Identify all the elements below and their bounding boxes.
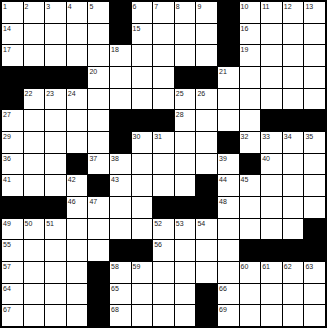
cell-r12c5[interactable] (88, 240, 109, 261)
cell-r14c13[interactable] (261, 284, 282, 305)
clue-number-59: 59 (133, 262, 141, 271)
cell-r9c6[interactable]: 43 (110, 175, 131, 196)
black-square-r6c13 (261, 110, 282, 131)
clue-number-47: 47 (89, 197, 97, 206)
cell-r8c7[interactable] (132, 154, 153, 175)
clue-number-36: 36 (3, 154, 11, 163)
cell-r9c11[interactable]: 44 (218, 175, 239, 196)
cell-r8c5[interactable]: 37 (88, 154, 109, 175)
clue-number-44: 44 (219, 175, 227, 184)
cell-r3c6[interactable]: 18 (110, 45, 131, 66)
cell-r12c1[interactable]: 55 (2, 240, 23, 261)
cell-r2c2[interactable] (24, 24, 45, 45)
cell-r8c15[interactable] (304, 154, 325, 175)
clue-number-15: 15 (133, 24, 141, 33)
black-square-r2c6 (110, 24, 131, 45)
cell-r1c5[interactable]: 5 (88, 2, 109, 23)
cell-r4c6[interactable] (110, 67, 131, 88)
cell-r15c1[interactable]: 67 (2, 305, 23, 326)
cell-r15c4[interactable] (67, 305, 88, 326)
cell-r13c8[interactable] (153, 262, 174, 283)
clue-number-29: 29 (3, 132, 11, 141)
cell-r13c2[interactable] (24, 262, 45, 283)
cell-r8c8[interactable] (153, 154, 174, 175)
black-square-r12c7 (132, 240, 153, 261)
cell-r2c7[interactable]: 15 (132, 24, 153, 45)
cell-r9c14[interactable] (283, 175, 304, 196)
cell-r11c10[interactable]: 54 (196, 219, 217, 240)
clue-number-10: 10 (241, 2, 249, 11)
black-square-r4c3 (45, 67, 66, 88)
black-square-r12c15 (304, 240, 325, 261)
cell-r12c4[interactable] (67, 240, 88, 261)
black-square-r7c11 (218, 132, 239, 153)
cell-r14c15[interactable] (304, 284, 325, 305)
cell-r3c1[interactable]: 17 (2, 45, 23, 66)
clue-number-42: 42 (68, 175, 76, 184)
black-square-r6c7 (132, 110, 153, 131)
cell-r11c5[interactable] (88, 219, 109, 240)
black-square-r12c13 (261, 240, 282, 261)
cell-r15c13[interactable] (261, 305, 282, 326)
cell-r13c6[interactable]: 58 (110, 262, 131, 283)
cell-r14c1[interactable]: 64 (2, 284, 23, 305)
clue-number-24: 24 (68, 89, 76, 98)
cell-r11c12[interactable] (240, 219, 261, 240)
black-square-r8c12 (240, 154, 261, 175)
cell-r1c4[interactable]: 4 (67, 2, 88, 23)
clue-number-26: 26 (197, 89, 205, 98)
clue-number-66: 66 (219, 284, 227, 293)
black-square-r14c5 (88, 284, 109, 305)
black-square-r13c5 (88, 262, 109, 283)
clue-number-69: 69 (219, 305, 227, 314)
clue-number-38: 38 (111, 154, 119, 163)
clue-number-20: 20 (89, 67, 97, 76)
cell-r9c9[interactable] (175, 175, 196, 196)
cell-r9c8[interactable] (153, 175, 174, 196)
clue-number-39: 39 (219, 154, 227, 163)
clue-number-2: 2 (25, 2, 29, 11)
cell-r11c2[interactable]: 50 (24, 219, 45, 240)
black-square-r8c4 (67, 154, 88, 175)
cell-r13c11[interactable] (218, 262, 239, 283)
cell-r3c14[interactable] (283, 45, 304, 66)
cell-r1c1[interactable]: 1 (2, 2, 23, 23)
cell-r3c5[interactable] (88, 45, 109, 66)
black-square-r6c6 (110, 110, 131, 131)
crossword-board: 1234567891011121314151617181920212223242… (0, 0, 327, 328)
cell-r1c8[interactable]: 7 (153, 2, 174, 23)
cell-r15c8[interactable] (153, 305, 174, 326)
cell-r1c15[interactable]: 13 (304, 2, 325, 23)
cell-r15c9[interactable] (175, 305, 196, 326)
cell-r4c14[interactable] (283, 67, 304, 88)
clue-number-54: 54 (197, 219, 205, 228)
cell-r11c3[interactable]: 51 (45, 219, 66, 240)
cell-r7c14[interactable]: 34 (283, 132, 304, 153)
cell-r5c8[interactable] (153, 89, 174, 110)
black-square-r10c2 (24, 197, 45, 218)
black-square-r1c6 (110, 2, 131, 23)
cell-r11c9[interactable]: 53 (175, 219, 196, 240)
cell-r15c11[interactable]: 69 (218, 305, 239, 326)
cell-r7c3[interactable] (45, 132, 66, 153)
clue-number-33: 33 (262, 132, 270, 141)
cell-r14c6[interactable]: 65 (110, 284, 131, 305)
cell-r13c7[interactable]: 59 (132, 262, 153, 283)
black-square-r14c10 (196, 284, 217, 305)
cell-r13c3[interactable] (45, 262, 66, 283)
black-square-r4c2 (24, 67, 45, 88)
cell-r3c15[interactable] (304, 45, 325, 66)
black-square-r10c8 (153, 197, 174, 218)
cell-r14c4[interactable] (67, 284, 88, 305)
cell-r15c2[interactable] (24, 305, 45, 326)
clue-number-23: 23 (46, 89, 54, 98)
cell-r6c2[interactable] (24, 110, 45, 131)
cell-r3c9[interactable] (175, 45, 196, 66)
clue-number-56: 56 (154, 240, 162, 249)
clue-number-51: 51 (46, 219, 54, 228)
black-square-r10c9 (175, 197, 196, 218)
clue-number-58: 58 (111, 262, 119, 271)
clue-number-49: 49 (3, 219, 11, 228)
cell-r7c4[interactable] (67, 132, 88, 153)
cell-r12c3[interactable] (45, 240, 66, 261)
black-square-r4c4 (67, 67, 88, 88)
clue-number-53: 53 (176, 219, 184, 228)
cell-r7c10[interactable] (196, 132, 217, 153)
cell-r8c6[interactable]: 38 (110, 154, 131, 175)
cell-r13c15[interactable]: 63 (304, 262, 325, 283)
cell-r3c4[interactable] (67, 45, 88, 66)
cell-r12c10[interactable] (196, 240, 217, 261)
cell-r6c10[interactable] (196, 110, 217, 131)
cell-r10c4[interactable]: 46 (67, 197, 88, 218)
cell-r11c7[interactable] (132, 219, 153, 240)
clue-number-60: 60 (241, 262, 249, 271)
cell-r1c13[interactable]: 11 (261, 2, 282, 23)
black-square-r15c10 (196, 305, 217, 326)
clue-number-12: 12 (284, 2, 292, 11)
cell-r1c14[interactable]: 12 (283, 2, 304, 23)
cell-r4c13[interactable] (261, 67, 282, 88)
clue-number-8: 8 (176, 2, 180, 11)
clue-number-28: 28 (176, 110, 184, 119)
cell-r8c1[interactable]: 36 (2, 154, 23, 175)
cell-r4c8[interactable] (153, 67, 174, 88)
cell-r2c4[interactable] (67, 24, 88, 45)
cell-r2c14[interactable] (283, 24, 304, 45)
cell-r7c12[interactable]: 32 (240, 132, 261, 153)
black-square-r1c11 (218, 2, 239, 23)
clue-number-31: 31 (154, 132, 162, 141)
clue-number-22: 22 (25, 89, 33, 98)
cell-r1c12[interactable]: 10 (240, 2, 261, 23)
cell-r6c12[interactable] (240, 110, 261, 131)
cell-r11c14[interactable] (283, 219, 304, 240)
clue-number-63: 63 (305, 262, 313, 271)
clue-number-46: 46 (68, 197, 76, 206)
cell-r14c11[interactable]: 66 (218, 284, 239, 305)
cell-r2c1[interactable]: 14 (2, 24, 23, 45)
clue-number-41: 41 (3, 175, 11, 184)
black-square-r10c1 (2, 197, 23, 218)
cell-r7c13[interactable]: 33 (261, 132, 282, 153)
black-square-r5c1 (2, 89, 23, 110)
cell-r13c9[interactable] (175, 262, 196, 283)
clue-number-19: 19 (241, 45, 249, 54)
clue-number-21: 21 (219, 67, 227, 76)
clue-number-50: 50 (25, 219, 33, 228)
black-square-r6c8 (153, 110, 174, 131)
cell-r3c10[interactable] (196, 45, 217, 66)
cell-r5c3[interactable]: 23 (45, 89, 66, 110)
clue-number-11: 11 (262, 2, 269, 11)
cell-r2c8[interactable] (153, 24, 174, 45)
clue-number-3: 3 (46, 2, 50, 11)
cell-r9c2[interactable] (24, 175, 45, 196)
cell-r14c8[interactable] (153, 284, 174, 305)
cell-r3c12[interactable]: 19 (240, 45, 261, 66)
black-square-r7c6 (110, 132, 131, 153)
cell-r10c11[interactable]: 48 (218, 197, 239, 218)
clue-number-17: 17 (3, 45, 11, 54)
cell-r5c15[interactable] (304, 89, 325, 110)
clue-number-48: 48 (219, 197, 227, 206)
cell-r2c3[interactable] (45, 24, 66, 45)
cell-r1c7[interactable]: 6 (132, 2, 153, 23)
cell-r12c9[interactable] (175, 240, 196, 261)
cell-r3c8[interactable] (153, 45, 174, 66)
cell-r2c13[interactable] (261, 24, 282, 45)
clue-number-27: 27 (3, 110, 11, 119)
cell-r2c9[interactable] (175, 24, 196, 45)
cell-r5c12[interactable] (240, 89, 261, 110)
cell-r1c10[interactable]: 9 (196, 2, 217, 23)
cell-r9c7[interactable] (132, 175, 153, 196)
cell-r6c1[interactable]: 27 (2, 110, 23, 131)
cell-r1c3[interactable]: 3 (45, 2, 66, 23)
cell-r9c1[interactable]: 41 (2, 175, 23, 196)
black-square-r15c5 (88, 305, 109, 326)
clue-number-62: 62 (284, 262, 292, 271)
cell-r9c12[interactable]: 45 (240, 175, 261, 196)
cell-r14c9[interactable] (175, 284, 196, 305)
clue-number-7: 7 (154, 2, 158, 11)
clue-number-40: 40 (262, 154, 270, 163)
clue-number-13: 13 (305, 2, 313, 11)
clue-number-61: 61 (262, 262, 270, 271)
cell-r2c12[interactable]: 16 (240, 24, 261, 45)
clue-number-32: 32 (241, 132, 249, 141)
black-square-r12c12 (240, 240, 261, 261)
black-square-r10c3 (45, 197, 66, 218)
clue-number-52: 52 (154, 219, 162, 228)
cell-r10c6[interactable] (110, 197, 131, 218)
clue-number-16: 16 (241, 24, 249, 33)
clue-number-35: 35 (305, 132, 313, 141)
cell-r3c3[interactable] (45, 45, 66, 66)
black-square-r9c10 (196, 175, 217, 196)
cell-r4c7[interactable] (132, 67, 153, 88)
clue-number-25: 25 (176, 89, 184, 98)
cell-r5c14[interactable] (283, 89, 304, 110)
cell-r4c15[interactable] (304, 67, 325, 88)
cell-r7c2[interactable] (24, 132, 45, 153)
black-square-r2c11 (218, 24, 239, 45)
cell-r7c15[interactable]: 35 (304, 132, 325, 153)
cell-r8c2[interactable] (24, 154, 45, 175)
cell-r15c3[interactable] (45, 305, 66, 326)
cell-r2c15[interactable] (304, 24, 325, 45)
cell-r8c13[interactable]: 40 (261, 154, 282, 175)
cell-r7c9[interactable] (175, 132, 196, 153)
cell-r5c10[interactable]: 26 (196, 89, 217, 110)
black-square-r3c11 (218, 45, 239, 66)
black-square-r6c14 (283, 110, 304, 131)
cell-r13c12[interactable]: 60 (240, 262, 261, 283)
cell-r14c7[interactable] (132, 284, 153, 305)
cell-r14c14[interactable] (283, 284, 304, 305)
cell-r12c11[interactable] (218, 240, 239, 261)
cell-r5c7[interactable] (132, 89, 153, 110)
cell-r6c4[interactable] (67, 110, 88, 131)
cell-r3c7[interactable] (132, 45, 153, 66)
cell-r2c10[interactable] (196, 24, 217, 45)
cell-r13c1[interactable]: 57 (2, 262, 23, 283)
cell-r9c13[interactable] (261, 175, 282, 196)
cell-r8c9[interactable] (175, 154, 196, 175)
clue-number-1: 1 (3, 2, 7, 11)
cell-r14c12[interactable] (240, 284, 261, 305)
clue-number-14: 14 (3, 24, 11, 33)
cell-r4c11[interactable]: 21 (218, 67, 239, 88)
cell-r10c15[interactable] (304, 197, 325, 218)
cell-r13c13[interactable]: 61 (261, 262, 282, 283)
clue-number-9: 9 (197, 2, 201, 11)
cell-r7c1[interactable]: 29 (2, 132, 23, 153)
cell-r8c11[interactable]: 39 (218, 154, 239, 175)
cell-r7c7[interactable]: 30 (132, 132, 153, 153)
cell-r9c4[interactable]: 42 (67, 175, 88, 196)
cell-r13c10[interactable] (196, 262, 217, 283)
cell-r15c14[interactable] (283, 305, 304, 326)
cell-r5c4[interactable]: 24 (67, 89, 88, 110)
cell-r14c2[interactable] (24, 284, 45, 305)
cell-r10c5[interactable]: 47 (88, 197, 109, 218)
cell-r6c11[interactable] (218, 110, 239, 131)
cell-r9c3[interactable] (45, 175, 66, 196)
cell-r10c12[interactable] (240, 197, 261, 218)
cell-r15c12[interactable] (240, 305, 261, 326)
cell-r15c7[interactable] (132, 305, 153, 326)
cell-r10c7[interactable] (132, 197, 153, 218)
cell-r8c14[interactable] (283, 154, 304, 175)
cell-r4c12[interactable] (240, 67, 261, 88)
black-square-r4c9 (175, 67, 196, 88)
cell-r7c8[interactable]: 31 (153, 132, 174, 153)
clue-number-37: 37 (89, 154, 97, 163)
cell-r7c5[interactable] (88, 132, 109, 153)
black-square-r12c6 (110, 240, 131, 261)
cell-r11c1[interactable]: 49 (2, 219, 23, 240)
cell-r11c11[interactable] (218, 219, 239, 240)
cell-r13c4[interactable] (67, 262, 88, 283)
clue-number-34: 34 (284, 132, 292, 141)
clue-number-5: 5 (89, 2, 93, 11)
black-square-r4c10 (196, 67, 217, 88)
cell-r8c10[interactable] (196, 154, 217, 175)
cell-r10c14[interactable] (283, 197, 304, 218)
cell-r5c6[interactable] (110, 89, 131, 110)
clue-number-65: 65 (111, 284, 119, 293)
cell-r5c9[interactable]: 25 (175, 89, 196, 110)
cell-r9c15[interactable] (304, 175, 325, 196)
cell-r5c11[interactable] (218, 89, 239, 110)
clue-number-4: 4 (68, 2, 72, 11)
cell-r11c4[interactable] (67, 219, 88, 240)
clue-number-68: 68 (111, 305, 119, 314)
black-square-r12c14 (283, 240, 304, 261)
cell-r5c2[interactable]: 22 (24, 89, 45, 110)
clue-number-67: 67 (3, 305, 11, 314)
cell-r12c2[interactable] (24, 240, 45, 261)
cell-r10c13[interactable] (261, 197, 282, 218)
cell-r13c14[interactable]: 62 (283, 262, 304, 283)
clue-number-55: 55 (3, 240, 11, 249)
clue-number-30: 30 (133, 132, 141, 141)
cell-r1c2[interactable]: 2 (24, 2, 45, 23)
clue-number-64: 64 (3, 284, 11, 293)
cell-r3c2[interactable] (24, 45, 45, 66)
cell-r11c8[interactable]: 52 (153, 219, 174, 240)
cell-r14c3[interactable] (45, 284, 66, 305)
clue-number-18: 18 (111, 45, 119, 54)
clue-number-6: 6 (133, 2, 137, 11)
cell-r6c9[interactable]: 28 (175, 110, 196, 131)
cell-r3c13[interactable] (261, 45, 282, 66)
black-square-r9c5 (88, 175, 109, 196)
clue-number-57: 57 (3, 262, 11, 271)
clue-number-45: 45 (241, 175, 249, 184)
cell-r5c5[interactable] (88, 89, 109, 110)
cell-r6c3[interactable] (45, 110, 66, 131)
cell-r11c13[interactable] (261, 219, 282, 240)
black-square-r4c1 (2, 67, 23, 88)
black-square-r11c15 (304, 219, 325, 240)
cell-r12c8[interactable]: 56 (153, 240, 174, 261)
cell-r15c15[interactable] (304, 305, 325, 326)
cell-r1c9[interactable]: 8 (175, 2, 196, 23)
cell-r6c5[interactable] (88, 110, 109, 131)
black-square-r6c15 (304, 110, 325, 131)
clue-number-43: 43 (111, 175, 119, 184)
cell-r2c5[interactable] (88, 24, 109, 45)
cell-r8c3[interactable] (45, 154, 66, 175)
black-square-r10c10 (196, 197, 217, 218)
cell-r4c5[interactable]: 20 (88, 67, 109, 88)
cell-r11c6[interactable] (110, 219, 131, 240)
cell-r15c6[interactable]: 68 (110, 305, 131, 326)
cell-r5c13[interactable] (261, 89, 282, 110)
